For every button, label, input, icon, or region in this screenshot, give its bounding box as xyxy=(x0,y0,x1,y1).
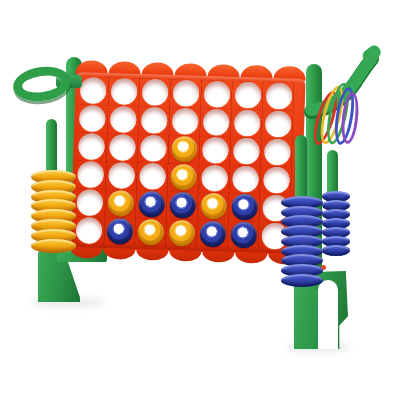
empty-hole xyxy=(232,166,259,193)
connect-four-board xyxy=(70,60,306,265)
yellow-disc xyxy=(171,136,198,163)
blue-disc xyxy=(107,218,134,245)
right-leg-arch xyxy=(318,280,338,349)
empty-hole xyxy=(77,189,104,216)
empty-hole xyxy=(110,106,137,133)
empty-hole xyxy=(233,138,260,165)
empty-hole xyxy=(111,78,138,105)
yellow-disc xyxy=(170,164,197,191)
blue-disc xyxy=(231,194,258,221)
empty-hole xyxy=(203,109,230,136)
yellow-disc xyxy=(138,219,165,246)
yellow-disc xyxy=(200,193,227,220)
board-edge-hump xyxy=(169,250,201,262)
blue-disc xyxy=(199,221,226,248)
board-edge-hump xyxy=(103,248,135,260)
board-holes xyxy=(74,76,295,250)
blue-disc xyxy=(138,191,165,218)
empty-hole xyxy=(139,163,166,190)
basketball-hoop-ring xyxy=(11,63,73,105)
product-photo-stage xyxy=(0,0,400,400)
empty-hole xyxy=(234,82,261,109)
empty-hole xyxy=(79,105,106,132)
empty-hole xyxy=(108,162,135,189)
empty-hole xyxy=(142,79,169,106)
front-blue-ring-stack xyxy=(281,196,323,287)
blue-disc xyxy=(169,192,196,219)
hanging-toss-rings xyxy=(317,82,357,146)
yellow-ring-stack-ring xyxy=(31,239,76,253)
yellow-ring-stack xyxy=(31,170,76,254)
left-ring-toss-post xyxy=(46,119,57,177)
empty-hole xyxy=(78,133,105,160)
board-edge-hump xyxy=(136,249,168,261)
empty-hole xyxy=(204,81,231,108)
board-edge-hump xyxy=(235,252,267,264)
empty-hole xyxy=(173,80,200,107)
yellow-disc xyxy=(108,190,135,217)
empty-hole xyxy=(80,77,107,104)
empty-hole xyxy=(264,139,291,166)
empty-hole xyxy=(201,165,228,192)
empty-hole xyxy=(265,83,292,110)
empty-hole xyxy=(78,161,105,188)
blue-disc xyxy=(230,222,257,249)
rear-blue-ring-stack-ring xyxy=(322,245,350,256)
empty-hole xyxy=(263,167,290,194)
empty-hole xyxy=(264,111,291,138)
board-edge-hump xyxy=(202,251,234,263)
empty-hole xyxy=(140,135,167,162)
front-blue-ring-stack-ring xyxy=(281,274,323,287)
empty-hole xyxy=(141,107,168,134)
empty-hole xyxy=(172,108,199,135)
empty-hole xyxy=(234,110,261,137)
rear-blue-ring-stack xyxy=(322,191,350,257)
empty-hole xyxy=(76,217,103,244)
empty-hole xyxy=(109,134,136,161)
empty-hole xyxy=(202,137,229,164)
front-right-pole xyxy=(295,135,307,203)
yellow-disc xyxy=(169,220,196,247)
